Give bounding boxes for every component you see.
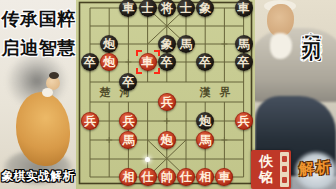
title-char: 刀 [301,27,323,29]
piece-black-cannon[interactable]: 炮 [100,35,118,53]
seal-side-strip [280,152,289,187]
piece-red-advisor[interactable]: 仕 [139,168,157,186]
piece-red-elephant[interactable]: 相 [196,168,214,186]
seated-sage-hair [49,72,59,79]
piece-black-pawn[interactable]: 卒 [119,73,137,91]
left-slogan-line2: 启迪智慧 [1,34,76,63]
piece-red-pawn[interactable]: 兵 [235,112,253,130]
piece-black-elephant[interactable]: 象 [196,0,214,17]
move-indicator-dot [145,157,150,162]
piece-red-cannon[interactable]: 炮 [100,53,118,71]
piece-black-advisor[interactable]: 士 [177,0,195,17]
piece-black-pawn[interactable]: 卒 [158,53,176,71]
analysis-label: 解析 [298,158,333,179]
piece-red-horse[interactable]: 馬 [196,131,214,149]
channel-caption: 象棋实战解析 [0,168,76,185]
left-slogan: 传承国粹 启迪智慧 [1,5,76,63]
seal-char-1: 佚 [258,153,273,170]
piece-red-chariot[interactable]: 車 [215,168,233,186]
piece-black-elephant[interactable]: 象 [158,35,176,53]
seal-characters: 佚 铭 [251,150,280,189]
piece-black-pawn[interactable]: 卒 [196,53,214,71]
thumbnail-root: 传承国粹 启迪智慧 象棋实战解析 [0,0,336,189]
left-slogan-line1: 传承国粹 [1,5,76,34]
piece-red-general[interactable]: 帥 [158,168,176,186]
piece-black-chariot[interactable]: 車 [119,0,137,17]
piece-red-horse[interactable]: 馬 [119,131,137,149]
piece-red-pawn[interactable]: 兵 [81,112,99,130]
author-seal-stamp: 佚 铭 [251,150,291,189]
piece-black-pawn[interactable]: 卒 [235,53,253,71]
seated-sage-beard [42,88,53,97]
piece-red-advisor[interactable]: 仕 [177,168,195,186]
piece-red-pawn[interactable]: 兵 [119,112,137,130]
piece-black-advisor[interactable]: 士 [139,0,157,17]
piece-red-elephant[interactable]: 相 [119,168,137,186]
piece-red-chariot[interactable]: 車 [139,53,157,71]
seated-sage-robe [16,92,70,166]
left-panel: 传承国粹 启迪智慧 象棋实战解析 [0,0,76,189]
piece-black-general[interactable]: 将 [158,0,176,17]
piece-black-horse[interactable]: 馬 [235,35,253,53]
series-title-vertical: 布局套路飛刀 [299,17,326,157]
piece-red-cannon[interactable]: 炮 [158,131,176,149]
piece-black-chariot[interactable]: 車 [235,0,253,17]
piece-black-horse[interactable]: 馬 [177,35,195,53]
piece-black-pawn[interactable]: 卒 [81,53,99,71]
seal-char-2: 铭 [258,169,273,186]
pieces-layer: 車士将士象車炮象馬馬卒炮車卒卒卒卒兵兵兵炮兵馬炮馬相仕帥仕相車 [76,0,255,189]
piece-red-pawn[interactable]: 兵 [158,93,176,111]
xiangqi-board[interactable]: 楚 河 漢 界 車士将士象車炮象馬馬卒炮車卒卒卒卒兵兵兵炮兵馬炮馬相仕帥仕相車 [76,0,255,189]
piece-black-cannon[interactable]: 炮 [196,112,214,130]
